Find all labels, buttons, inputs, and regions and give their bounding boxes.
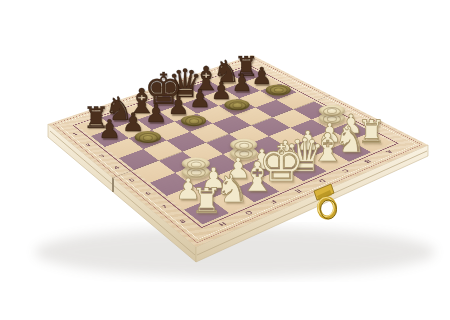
clasp-graphics <box>0 0 450 320</box>
brass-clasp-icon <box>314 184 337 219</box>
chess-set-photo: ABCDEFGH12345678 ♜♞♝♚♛♝♞♜♟♟♟♟♟♟♟♟♜♞♝♚♛♝♞… <box>0 0 450 320</box>
